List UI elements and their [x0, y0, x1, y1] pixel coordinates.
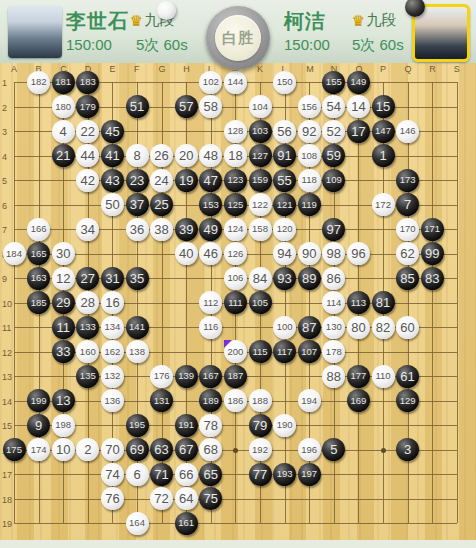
stone-184[interactable]: 184: [3, 242, 26, 265]
stone-number: 98: [327, 247, 341, 260]
stone-number: 156: [301, 102, 317, 112]
stone-176[interactable]: 176: [150, 365, 173, 388]
stone-171[interactable]: 171: [421, 218, 444, 241]
stone-86[interactable]: 86: [322, 267, 345, 290]
stone-164[interactable]: 164: [126, 512, 149, 535]
stone-130[interactable]: 130: [322, 316, 345, 339]
stone-39[interactable]: 39: [175, 218, 198, 241]
stone-179[interactable]: 179: [76, 95, 99, 118]
stone-number: 64: [179, 492, 193, 505]
stone-200[interactable]: 200: [224, 340, 247, 363]
stone-number: 4: [60, 125, 67, 138]
stone-188[interactable]: 188: [249, 389, 272, 412]
stone-192[interactable]: 192: [249, 438, 272, 461]
stone-87[interactable]: 87: [298, 316, 321, 339]
stone-131[interactable]: 131: [150, 389, 173, 412]
stone-34[interactable]: 34: [76, 218, 99, 241]
stone-67[interactable]: 67: [175, 438, 198, 461]
stone-1[interactable]: 1: [372, 144, 395, 167]
stone-96[interactable]: 96: [347, 242, 370, 265]
stone-number: 138: [129, 347, 145, 357]
row-label-18: 18: [2, 495, 12, 505]
stone-136[interactable]: 136: [101, 389, 124, 412]
stone-number: 65: [204, 468, 218, 481]
stone-28[interactable]: 28: [76, 291, 99, 314]
stone-72[interactable]: 72: [150, 487, 173, 510]
stone-55[interactable]: 55: [273, 169, 296, 192]
stone-number: 96: [351, 247, 365, 260]
stone-119[interactable]: 119: [298, 193, 321, 216]
stone-146[interactable]: 146: [396, 120, 419, 143]
stone-149[interactable]: 149: [347, 71, 370, 94]
stone-number: 89: [302, 272, 316, 285]
stone-51[interactable]: 51: [126, 95, 149, 118]
stone-125[interactable]: 125: [224, 193, 247, 216]
stone-number: 134: [104, 322, 120, 332]
stone-2[interactable]: 2: [76, 438, 99, 461]
stone-166[interactable]: 166: [27, 218, 50, 241]
stone-126[interactable]: 126: [224, 242, 247, 265]
stone-161[interactable]: 161: [175, 512, 198, 535]
stone-number: 37: [130, 198, 144, 211]
stone-155[interactable]: 155: [322, 71, 345, 94]
result-button[interactable]: 白胜: [206, 6, 270, 70]
stone-5[interactable]: 5: [322, 438, 345, 461]
row-label-15: 15: [2, 421, 12, 431]
stone-number: 187: [227, 371, 243, 381]
stone-139[interactable]: 139: [175, 365, 198, 388]
stone-number: 180: [55, 102, 71, 112]
left-player-time: 150:00: [66, 36, 112, 53]
stone-65[interactable]: 65: [199, 463, 222, 486]
stone-122[interactable]: 122: [249, 193, 272, 216]
stone-number: 30: [56, 247, 70, 260]
stone-number: 41: [105, 149, 119, 162]
stone-8[interactable]: 8: [126, 144, 149, 167]
stone-44[interactable]: 44: [76, 144, 99, 167]
stone-189[interactable]: 189: [199, 389, 222, 412]
stone-23[interactable]: 23: [126, 169, 149, 192]
stone-number: 97: [327, 223, 341, 236]
stone-number: 47: [204, 174, 218, 187]
stone-number: 162: [104, 347, 120, 357]
stone-175[interactable]: 175: [3, 438, 26, 461]
stone-number: 91: [277, 149, 291, 162]
right-player-rank: ♛九段: [352, 11, 397, 30]
col-label-A: A: [11, 64, 17, 74]
stone-110[interactable]: 110: [372, 365, 395, 388]
stone-number: 44: [81, 149, 95, 162]
stone-85[interactable]: 85: [396, 267, 419, 290]
stone-number: 93: [277, 272, 291, 285]
stone-167[interactable]: 167: [199, 365, 222, 388]
stone-number: 198: [55, 420, 71, 430]
left-player-byoyomi: 5次 60s: [136, 36, 188, 55]
stone-82[interactable]: 82: [372, 316, 395, 339]
col-label-E: E: [109, 64, 115, 74]
stone-120[interactable]: 120: [273, 218, 296, 241]
stone-number: 35: [130, 272, 144, 285]
stone-number: 133: [80, 322, 96, 332]
stone-number: 80: [351, 321, 365, 334]
stone-24[interactable]: 24: [150, 169, 173, 192]
stone-163[interactable]: 163: [27, 267, 50, 290]
stone-79[interactable]: 79: [249, 414, 272, 437]
stone-number: 108: [301, 151, 317, 161]
stone-88[interactable]: 88: [322, 365, 345, 388]
stone-number: 86: [327, 272, 341, 285]
stone-number: 55: [277, 174, 291, 187]
stone-191[interactable]: 191: [175, 414, 198, 437]
stone-number: 176: [154, 371, 170, 381]
stone-number: 164: [129, 518, 145, 528]
stone-123[interactable]: 123: [224, 169, 247, 192]
stone-number: 54: [327, 100, 341, 113]
stone-number: 173: [400, 175, 416, 185]
stone-47[interactable]: 47: [199, 169, 222, 192]
stone-49[interactable]: 49: [199, 218, 222, 241]
stone-number: 72: [154, 492, 168, 505]
stone-70[interactable]: 70: [101, 438, 124, 461]
stone-132[interactable]: 132: [101, 365, 124, 388]
stone-84[interactable]: 84: [249, 267, 272, 290]
stone-number: 87: [302, 321, 316, 334]
stone-160[interactable]: 160: [76, 340, 99, 363]
stone-number: 9: [35, 419, 42, 432]
stone-57[interactable]: 57: [175, 95, 198, 118]
stone-83[interactable]: 83: [421, 267, 444, 290]
stone-116[interactable]: 116: [199, 316, 222, 339]
col-label-M: M: [306, 64, 314, 74]
row-label-1: 1: [2, 78, 7, 88]
stone-124[interactable]: 124: [224, 218, 247, 241]
stone-199[interactable]: 199: [27, 389, 50, 412]
stone-147[interactable]: 147: [372, 120, 395, 143]
row-label-4: 4: [2, 152, 7, 162]
stone-180[interactable]: 180: [52, 95, 75, 118]
stone-3[interactable]: 3: [396, 438, 419, 461]
stone-21[interactable]: 21: [52, 144, 75, 167]
stone-194[interactable]: 194: [298, 389, 321, 412]
stone-64[interactable]: 64: [175, 487, 198, 510]
stone-number: 103: [252, 126, 268, 136]
stone-number: 24: [154, 174, 168, 187]
stone-197[interactable]: 197: [298, 463, 321, 486]
stone-number: 100: [277, 322, 293, 332]
stone-107[interactable]: 107: [298, 340, 321, 363]
stone-128[interactable]: 128: [224, 120, 247, 143]
stone-135[interactable]: 135: [76, 365, 99, 388]
stone-number: 195: [129, 420, 145, 430]
stone-111[interactable]: 111: [224, 291, 247, 314]
stone-93[interactable]: 93: [273, 267, 296, 290]
stone-number: 192: [252, 445, 268, 455]
stone-number: 61: [400, 370, 414, 383]
stone-number: 119: [302, 200, 317, 210]
stone-number: 105: [252, 298, 268, 308]
stone-170[interactable]: 170: [396, 218, 419, 241]
stone-29[interactable]: 29: [52, 291, 75, 314]
stone-36[interactable]: 36: [126, 218, 149, 241]
stone-66[interactable]: 66: [175, 463, 198, 486]
stone-number: 51: [130, 100, 144, 113]
stone-number: 75: [204, 492, 218, 505]
stone-75[interactable]: 75: [199, 487, 222, 510]
stone-number: 190: [277, 420, 293, 430]
row-label-19: 19: [2, 519, 12, 529]
stone-number: 74: [105, 468, 119, 481]
stone-177[interactable]: 177: [347, 365, 370, 388]
stone-number: 7: [404, 198, 411, 211]
stone-number: 26: [154, 149, 168, 162]
stone-number: 109: [326, 175, 342, 185]
stone-19[interactable]: 19: [175, 169, 198, 192]
stone-187[interactable]: 187: [224, 365, 247, 388]
row-label-10: 10: [2, 299, 12, 309]
crown-icon: ♛: [352, 12, 365, 28]
stone-99[interactable]: 99: [421, 242, 444, 265]
stone-43[interactable]: 43: [101, 169, 124, 192]
stone-number: 169: [350, 396, 366, 406]
stone-169[interactable]: 169: [347, 389, 370, 412]
stone-113[interactable]: 113: [347, 291, 370, 314]
stone-63[interactable]: 63: [150, 438, 173, 461]
stone-number: 130: [326, 322, 342, 332]
left-player-name: 李世石: [66, 8, 129, 35]
stone-173[interactable]: 173: [396, 169, 419, 192]
stone-76[interactable]: 76: [101, 487, 124, 510]
stone-4[interactable]: 4: [52, 120, 75, 143]
stone-185[interactable]: 185: [27, 291, 50, 314]
stone-196[interactable]: 196: [298, 438, 321, 461]
stone-number: 46: [204, 247, 218, 260]
stone-92[interactable]: 92: [298, 120, 321, 143]
stone-74[interactable]: 74: [101, 463, 124, 486]
stone-number: 193: [277, 469, 293, 479]
stone-38[interactable]: 38: [150, 218, 173, 241]
stone-159[interactable]: 159: [249, 169, 272, 192]
stone-25[interactable]: 25: [150, 193, 173, 216]
stone-112[interactable]: 112: [199, 291, 222, 314]
stone-133[interactable]: 133: [76, 316, 99, 339]
stone-91[interactable]: 91: [273, 144, 296, 167]
stone-number: 90: [302, 247, 316, 260]
stone-97[interactable]: 97: [322, 218, 345, 241]
stone-number: 177: [350, 371, 366, 381]
stone-number: 135: [80, 371, 96, 381]
stone-138[interactable]: 138: [126, 340, 149, 363]
stone-30[interactable]: 30: [52, 242, 75, 265]
stone-26[interactable]: 26: [150, 144, 173, 167]
stone-number: 170: [400, 224, 416, 234]
stone-78[interactable]: 78: [199, 414, 222, 437]
col-label-K: K: [257, 64, 263, 74]
stone-number: 112: [203, 298, 218, 308]
row-label-17: 17: [2, 470, 12, 480]
stone-94[interactable]: 94: [273, 242, 296, 265]
stone-number: 36: [130, 223, 144, 236]
stone-13[interactable]: 13: [52, 389, 75, 412]
stone-number: 127: [252, 151, 268, 161]
stone-number: 10: [56, 443, 70, 456]
stone-181[interactable]: 181: [52, 71, 75, 94]
stone-number: 33: [56, 345, 70, 358]
stone-number: 110: [375, 371, 390, 381]
stone-number: 15: [376, 100, 390, 113]
stone-190[interactable]: 190: [273, 414, 296, 437]
stone-42[interactable]: 42: [76, 169, 99, 192]
stone-54[interactable]: 54: [322, 95, 345, 118]
stone-165[interactable]: 165: [27, 242, 50, 265]
stone-10[interactable]: 10: [52, 438, 75, 461]
stone-52[interactable]: 52: [322, 120, 345, 143]
stone-15[interactable]: 15: [372, 95, 395, 118]
stone-69[interactable]: 69: [126, 438, 149, 461]
stone-number: 178: [326, 347, 342, 357]
stone-77[interactable]: 77: [249, 463, 272, 486]
stone-118[interactable]: 118: [298, 169, 321, 192]
stone-number: 48: [204, 149, 218, 162]
stone-58[interactable]: 58: [199, 95, 222, 118]
stone-121[interactable]: 121: [273, 193, 296, 216]
row-label-9: 9: [2, 274, 7, 284]
stone-number: 120: [277, 224, 293, 234]
go-board[interactable]: ABCDEFGHIJKLMNOPQRS123456789101112131415…: [0, 63, 476, 540]
stone-number: 8: [133, 149, 140, 162]
stone-162[interactable]: 162: [101, 340, 124, 363]
stone-number: 38: [154, 223, 168, 236]
left-player-avatar[interactable]: [8, 6, 62, 58]
stone-number: 158: [252, 224, 268, 234]
stone-17[interactable]: 17: [347, 120, 370, 143]
stone-153[interactable]: 153: [199, 193, 222, 216]
stone-50[interactable]: 50: [101, 193, 124, 216]
stone-number: 83: [425, 272, 439, 285]
stone-number: 11: [56, 321, 70, 334]
stone-40[interactable]: 40: [175, 242, 198, 265]
stone-6[interactable]: 6: [126, 463, 149, 486]
stone-129[interactable]: 129: [396, 389, 419, 412]
stone-number: 2: [84, 443, 91, 456]
col-label-Q: Q: [405, 64, 412, 74]
stone-102[interactable]: 102: [199, 71, 222, 94]
stone-35[interactable]: 35: [126, 267, 149, 290]
stone-number: 175: [6, 445, 22, 455]
stone-number: 166: [31, 224, 47, 234]
stone-number: 71: [154, 468, 168, 481]
stone-68[interactable]: 68: [199, 438, 222, 461]
stone-172[interactable]: 172: [372, 193, 395, 216]
stone-22[interactable]: 22: [76, 120, 99, 143]
stone-number: 155: [326, 77, 342, 87]
stone-48[interactable]: 48: [199, 144, 222, 167]
stone-11[interactable]: 11: [52, 316, 75, 339]
stone-186[interactable]: 186: [224, 389, 247, 412]
stone-71[interactable]: 71: [150, 463, 173, 486]
stone-90[interactable]: 90: [298, 242, 321, 265]
stone-number: 82: [376, 321, 390, 334]
stone-141[interactable]: 141: [126, 316, 149, 339]
stone-number: 5: [330, 443, 337, 456]
stone-7[interactable]: 7: [396, 193, 419, 216]
stone-117[interactable]: 117: [273, 340, 296, 363]
stone-9[interactable]: 9: [27, 414, 50, 437]
stone-105[interactable]: 105: [249, 291, 272, 314]
stone-114[interactable]: 114: [322, 291, 345, 314]
stone-33[interactable]: 33: [52, 340, 75, 363]
stone-12[interactable]: 12: [52, 267, 75, 290]
stone-31[interactable]: 31: [101, 267, 124, 290]
stone-number: 128: [227, 126, 243, 136]
stone-41[interactable]: 41: [101, 144, 124, 167]
stone-178[interactable]: 178: [322, 340, 345, 363]
star-point: [233, 448, 238, 453]
stone-number: 136: [104, 396, 120, 406]
bottom-strip: [0, 540, 476, 548]
stone-150[interactable]: 150: [273, 71, 296, 94]
stone-56[interactable]: 56: [273, 120, 296, 143]
stone-195[interactable]: 195: [126, 414, 149, 437]
stone-100[interactable]: 100: [273, 316, 296, 339]
stone-156[interactable]: 156: [298, 95, 321, 118]
stone-number: 116: [203, 322, 218, 332]
stone-20[interactable]: 20: [175, 144, 198, 167]
stone-60[interactable]: 60: [396, 316, 419, 339]
stone-144[interactable]: 144: [224, 71, 247, 94]
stone-115[interactable]: 115: [249, 340, 272, 363]
stone-127[interactable]: 127: [249, 144, 272, 167]
grid-line-horizontal: [14, 474, 457, 475]
stone-number: 153: [203, 200, 219, 210]
stone-number: 57: [179, 100, 193, 113]
stone-27[interactable]: 27: [76, 267, 99, 290]
stone-number: 118: [302, 175, 317, 185]
stone-45[interactable]: 45: [101, 120, 124, 143]
stone-174[interactable]: 174: [27, 438, 50, 461]
stone-106[interactable]: 106: [224, 267, 247, 290]
stone-193[interactable]: 193: [273, 463, 296, 486]
stone-37[interactable]: 37: [126, 193, 149, 216]
stone-number: 102: [203, 77, 219, 87]
stone-number: 50: [105, 198, 119, 211]
stone-14[interactable]: 14: [347, 95, 370, 118]
stone-46[interactable]: 46: [199, 242, 222, 265]
stone-number: 159: [252, 175, 268, 185]
stone-62[interactable]: 62: [396, 242, 419, 265]
stone-108[interactable]: 108: [298, 144, 321, 167]
stone-103[interactable]: 103: [249, 120, 272, 143]
stone-61[interactable]: 61: [396, 365, 419, 388]
stone-89[interactable]: 89: [298, 267, 321, 290]
stone-183[interactable]: 183: [76, 71, 99, 94]
stone-18[interactable]: 18: [224, 144, 247, 167]
stone-198[interactable]: 198: [52, 414, 75, 437]
stone-109[interactable]: 109: [322, 169, 345, 192]
stone-158[interactable]: 158: [249, 218, 272, 241]
stone-59[interactable]: 59: [322, 144, 345, 167]
stone-number: 45: [105, 125, 119, 138]
stone-134[interactable]: 134: [101, 316, 124, 339]
stone-98[interactable]: 98: [322, 242, 345, 265]
stone-number: 14: [351, 100, 365, 113]
stone-182[interactable]: 182: [27, 71, 50, 94]
stone-number: 49: [204, 223, 218, 236]
stone-16[interactable]: 16: [101, 291, 124, 314]
stone-104[interactable]: 104: [249, 95, 272, 118]
stone-81[interactable]: 81: [372, 291, 395, 314]
stone-80[interactable]: 80: [347, 316, 370, 339]
stone-number: 94: [277, 247, 291, 260]
